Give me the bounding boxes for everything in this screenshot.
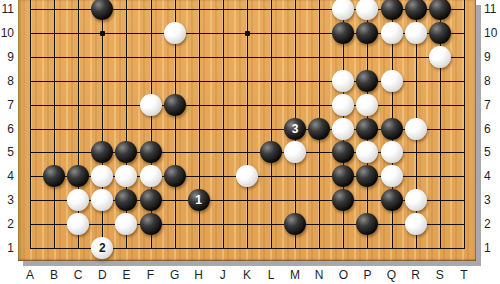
black-stone-C4[interactable] [67, 165, 89, 187]
column-label-R: R [406, 268, 426, 283]
column-label-P: P [357, 268, 377, 283]
grid-line-vertical [464, 0, 465, 249]
row-label-right-3: 3 [484, 192, 500, 208]
column-label-C: C [68, 268, 88, 283]
black-stone-P10[interactable] [356, 22, 378, 44]
black-stone-P4[interactable] [356, 165, 378, 187]
black-stone-H3[interactable]: 1 [188, 189, 210, 211]
black-stone-F2[interactable] [140, 213, 162, 235]
column-label-S: S [430, 268, 450, 283]
white-stone-R2[interactable] [405, 213, 427, 235]
black-stone-O10[interactable] [332, 22, 354, 44]
row-label-left-6: 6 [0, 121, 14, 137]
go-diagram: 312 1110987654321 1110987654321 ABCDEFGH… [0, 0, 500, 284]
white-stone-R10[interactable] [405, 22, 427, 44]
white-stone-E4[interactable] [115, 165, 137, 187]
black-stone-P6[interactable] [356, 118, 378, 140]
black-stone-Q11[interactable] [381, 0, 403, 20]
white-stone-C2[interactable] [67, 213, 89, 235]
black-stone-Q3[interactable] [381, 189, 403, 211]
grid-line-vertical [223, 0, 224, 249]
white-stone-R6[interactable] [405, 118, 427, 140]
move-number-label: 3 [292, 123, 299, 135]
white-stone-O8[interactable] [332, 70, 354, 92]
grid-line-vertical [30, 0, 31, 249]
black-stone-L5[interactable] [260, 141, 282, 163]
white-stone-D4[interactable] [91, 165, 113, 187]
row-label-left-5: 5 [0, 144, 14, 160]
column-label-D: D [92, 268, 112, 283]
black-stone-O3[interactable] [332, 189, 354, 211]
black-stone-P2[interactable] [356, 213, 378, 235]
go-board[interactable]: 312 [18, 0, 476, 261]
row-label-left-10: 10 [0, 25, 14, 41]
row-label-right-1: 1 [484, 240, 500, 256]
row-label-right-2: 2 [484, 216, 500, 232]
grid-line-vertical [247, 0, 248, 249]
white-stone-Q8[interactable] [381, 70, 403, 92]
row-label-left-9: 9 [0, 49, 14, 65]
row-label-right-6: 6 [484, 121, 500, 137]
black-stone-G7[interactable] [164, 94, 186, 116]
row-label-right-9: 9 [484, 49, 500, 65]
move-number-label: 2 [99, 242, 106, 254]
column-label-G: G [165, 268, 185, 283]
black-stone-E5[interactable] [115, 141, 137, 163]
white-stone-D1[interactable]: 2 [91, 237, 113, 259]
column-label-H: H [189, 268, 209, 283]
move-number-label: 1 [195, 194, 202, 206]
row-label-left-8: 8 [0, 73, 14, 89]
row-label-right-10: 10 [484, 25, 500, 41]
row-label-right-7: 7 [484, 97, 500, 113]
black-stone-S10[interactable] [429, 22, 451, 44]
black-stone-D5[interactable] [91, 141, 113, 163]
white-stone-M5[interactable] [284, 141, 306, 163]
white-stone-P5[interactable] [356, 141, 378, 163]
black-stone-E3[interactable] [115, 189, 137, 211]
white-stone-O7[interactable] [332, 94, 354, 116]
white-stone-Q4[interactable] [381, 165, 403, 187]
grid-line-vertical [78, 0, 79, 249]
black-stone-O4[interactable] [332, 165, 354, 187]
black-stone-S11[interactable] [429, 0, 451, 20]
black-stone-M2[interactable] [284, 213, 306, 235]
column-label-O: O [333, 268, 353, 283]
black-stone-D11[interactable] [91, 0, 113, 20]
row-label-left-4: 4 [0, 168, 14, 184]
black-stone-F3[interactable] [140, 189, 162, 211]
white-stone-G10[interactable] [164, 22, 186, 44]
white-stone-R3[interactable] [405, 189, 427, 211]
white-stone-Q10[interactable] [381, 22, 403, 44]
grid-line-horizontal [30, 224, 465, 225]
column-label-Q: Q [382, 268, 402, 283]
black-stone-O5[interactable] [332, 141, 354, 163]
column-label-M: M [285, 268, 305, 283]
row-label-right-5: 5 [484, 144, 500, 160]
white-stone-C3[interactable] [67, 189, 89, 211]
column-label-T: T [454, 268, 474, 283]
column-label-A: A [20, 268, 40, 283]
black-stone-P8[interactable] [356, 70, 378, 92]
grid-line-vertical [151, 0, 152, 249]
white-stone-E2[interactable] [115, 213, 137, 235]
column-label-F: F [141, 268, 161, 283]
grid-line-horizontal [30, 105, 465, 106]
row-label-right-4: 4 [484, 168, 500, 184]
column-label-L: L [261, 268, 281, 283]
column-label-E: E [116, 268, 136, 283]
column-label-N: N [309, 268, 329, 283]
star-point-D10 [100, 31, 105, 36]
column-label-B: B [44, 268, 64, 283]
white-stone-F4[interactable] [140, 165, 162, 187]
column-label-J: J [213, 268, 233, 283]
white-stone-O11[interactable] [332, 0, 354, 20]
row-label-left-7: 7 [0, 97, 14, 113]
black-stone-N6[interactable] [308, 118, 330, 140]
black-stone-G4[interactable] [164, 165, 186, 187]
white-stone-D3[interactable] [91, 189, 113, 211]
white-stone-Q5[interactable] [381, 141, 403, 163]
row-label-left-3: 3 [0, 192, 14, 208]
row-label-left-11: 11 [0, 1, 14, 17]
black-stone-Q6[interactable] [381, 118, 403, 140]
white-stone-K4[interactable] [236, 165, 258, 187]
black-stone-M6[interactable]: 3 [284, 118, 306, 140]
grid-line-horizontal [30, 57, 465, 58]
row-label-left-1: 1 [0, 240, 14, 256]
grid-line-vertical [126, 0, 127, 249]
black-stone-B4[interactable] [43, 165, 65, 187]
row-label-right-8: 8 [484, 73, 500, 89]
row-label-right-11: 11 [484, 1, 500, 17]
white-stone-P7[interactable] [356, 94, 378, 116]
black-stone-R11[interactable] [405, 0, 427, 20]
grid-line-vertical [271, 0, 272, 249]
star-point-K10 [245, 31, 250, 36]
grid-line-vertical [199, 0, 200, 249]
black-stone-F5[interactable] [140, 141, 162, 163]
row-label-left-2: 2 [0, 216, 14, 232]
white-stone-S9[interactable] [429, 46, 451, 68]
grid-line-vertical [102, 0, 103, 249]
white-stone-O6[interactable] [332, 118, 354, 140]
grid-line-vertical [54, 0, 55, 249]
white-stone-F7[interactable] [140, 94, 162, 116]
white-stone-P11[interactable] [356, 0, 378, 20]
column-label-K: K [237, 268, 257, 283]
